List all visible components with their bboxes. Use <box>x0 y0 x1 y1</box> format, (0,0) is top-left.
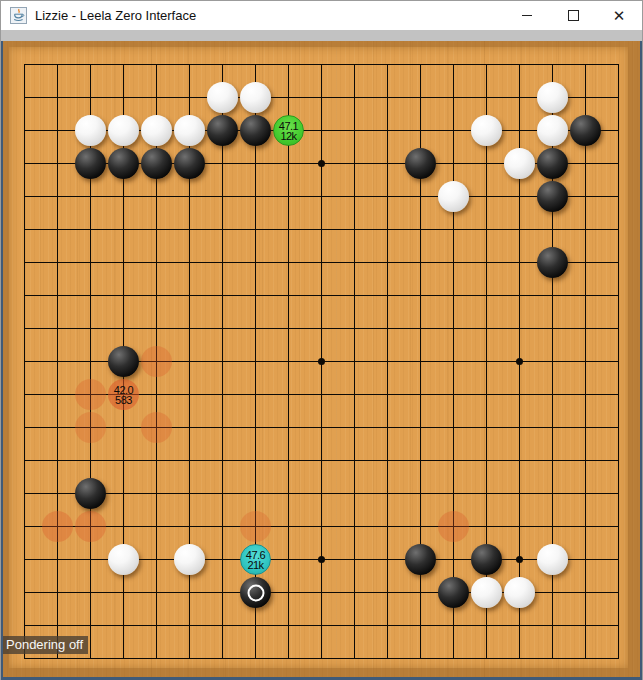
board-cell[interactable] <box>503 213 536 246</box>
board-cell[interactable] <box>602 345 635 378</box>
board-cell[interactable] <box>437 279 470 312</box>
board-cell[interactable] <box>206 180 239 213</box>
board-cell[interactable] <box>239 477 272 510</box>
board-cell[interactable] <box>140 213 173 246</box>
board-cell[interactable] <box>305 411 338 444</box>
board-cell[interactable] <box>41 147 74 180</box>
board-cell[interactable] <box>536 642 569 675</box>
board-cell[interactable] <box>206 411 239 444</box>
board-cell[interactable] <box>305 279 338 312</box>
board-cell[interactable] <box>536 576 569 609</box>
board-cell[interactable] <box>173 213 206 246</box>
board-cell[interactable] <box>338 576 371 609</box>
board-cell[interactable] <box>338 345 371 378</box>
board-cell[interactable] <box>371 345 404 378</box>
board-cell[interactable] <box>173 114 206 147</box>
board-cell[interactable] <box>8 114 41 147</box>
board-cell[interactable] <box>8 213 41 246</box>
board-cell[interactable] <box>437 642 470 675</box>
board-cell[interactable] <box>536 48 569 81</box>
board-cell[interactable] <box>437 246 470 279</box>
candidate-move-C5[interactable] <box>75 511 106 542</box>
board-cell[interactable] <box>272 246 305 279</box>
board-cell[interactable] <box>536 609 569 642</box>
board-cell[interactable] <box>536 543 569 576</box>
board-cell[interactable] <box>41 378 74 411</box>
board-cell[interactable] <box>371 378 404 411</box>
board-cell[interactable] <box>404 180 437 213</box>
board-cell[interactable] <box>371 444 404 477</box>
board-cell[interactable] <box>41 81 74 114</box>
candidate-move-E8[interactable] <box>141 412 172 443</box>
board-cell[interactable] <box>272 510 305 543</box>
board-cell[interactable] <box>272 48 305 81</box>
board-cell[interactable] <box>602 213 635 246</box>
board-cell[interactable] <box>602 81 635 114</box>
board-cell[interactable] <box>404 378 437 411</box>
board-cell[interactable] <box>305 48 338 81</box>
board-cell[interactable] <box>107 114 140 147</box>
board-cell[interactable] <box>536 213 569 246</box>
board-cell[interactable] <box>569 114 602 147</box>
board-cell[interactable] <box>371 48 404 81</box>
board-cell[interactable] <box>173 444 206 477</box>
candidate-move-B5[interactable] <box>42 511 73 542</box>
board-cell[interactable] <box>206 609 239 642</box>
board-cell[interactable] <box>602 114 635 147</box>
board-cell[interactable] <box>437 81 470 114</box>
board-cell[interactable] <box>503 345 536 378</box>
board-cell[interactable] <box>503 444 536 477</box>
board-cell[interactable] <box>107 510 140 543</box>
board-cell[interactable] <box>404 81 437 114</box>
board-cell[interactable] <box>470 213 503 246</box>
board-cell[interactable] <box>239 279 272 312</box>
board-cell[interactable] <box>338 411 371 444</box>
board-cell[interactable] <box>437 576 470 609</box>
board-cell[interactable] <box>107 48 140 81</box>
board-cell[interactable] <box>140 609 173 642</box>
board-cell[interactable] <box>338 642 371 675</box>
board-cell[interactable] <box>173 180 206 213</box>
board-cell[interactable] <box>41 246 74 279</box>
board-cell[interactable] <box>206 81 239 114</box>
board-cell[interactable] <box>41 444 74 477</box>
board-cell[interactable] <box>107 345 140 378</box>
board-cell[interactable] <box>536 378 569 411</box>
board-cell[interactable] <box>371 312 404 345</box>
board-cell[interactable] <box>305 477 338 510</box>
board-cell[interactable] <box>470 510 503 543</box>
board-cell[interactable] <box>371 543 404 576</box>
board-cell[interactable] <box>305 543 338 576</box>
board-cell[interactable] <box>569 246 602 279</box>
board-cell[interactable] <box>569 543 602 576</box>
board-cell[interactable] <box>206 246 239 279</box>
board-cell[interactable] <box>602 147 635 180</box>
board-cell[interactable] <box>305 444 338 477</box>
board-cell[interactable] <box>470 180 503 213</box>
board-cell[interactable] <box>503 609 536 642</box>
board-cell[interactable] <box>338 114 371 147</box>
board-cell[interactable] <box>536 345 569 378</box>
board-cell[interactable] <box>503 180 536 213</box>
board-cell[interactable] <box>140 477 173 510</box>
board-cell[interactable] <box>404 345 437 378</box>
board-cell[interactable] <box>140 510 173 543</box>
board-cell[interactable] <box>569 477 602 510</box>
board-cell[interactable] <box>239 312 272 345</box>
board-cell[interactable] <box>338 477 371 510</box>
board-cell[interactable] <box>107 213 140 246</box>
board-cell[interactable] <box>8 246 41 279</box>
board-cell[interactable] <box>305 642 338 675</box>
board-cell[interactable] <box>206 510 239 543</box>
board-cell[interactable] <box>239 411 272 444</box>
board-cell[interactable] <box>239 246 272 279</box>
board-cell[interactable] <box>206 642 239 675</box>
board-cell[interactable] <box>8 180 41 213</box>
board-cell[interactable] <box>173 312 206 345</box>
board-cell[interactable] <box>602 48 635 81</box>
board-cell[interactable] <box>503 246 536 279</box>
board-cell[interactable] <box>404 279 437 312</box>
board-cell[interactable] <box>8 411 41 444</box>
board-cell[interactable] <box>404 444 437 477</box>
board-cell[interactable] <box>371 114 404 147</box>
minimize-button[interactable] <box>504 1 550 30</box>
board-cell[interactable] <box>371 477 404 510</box>
board-cell[interactable] <box>140 642 173 675</box>
board-cell[interactable] <box>272 345 305 378</box>
board-cell[interactable] <box>140 345 173 378</box>
candidate-move-C8[interactable] <box>75 412 106 443</box>
board-cell[interactable] <box>371 246 404 279</box>
board-cell[interactable] <box>602 576 635 609</box>
board-cell[interactable] <box>437 312 470 345</box>
board-cell[interactable]: 47.621k <box>239 543 272 576</box>
candidate-move-E10[interactable] <box>141 346 172 377</box>
board-cell[interactable] <box>107 477 140 510</box>
board-cell[interactable] <box>173 81 206 114</box>
board-cell[interactable] <box>371 213 404 246</box>
board-cell[interactable] <box>239 609 272 642</box>
board-cell[interactable] <box>74 114 107 147</box>
board-cell[interactable] <box>272 444 305 477</box>
board-cell[interactable] <box>536 279 569 312</box>
board-cell[interactable] <box>602 543 635 576</box>
board-cell[interactable] <box>8 147 41 180</box>
candidate-move-J17[interactable]: 47.112k <box>273 115 304 146</box>
board-cell[interactable] <box>602 444 635 477</box>
board-cell[interactable] <box>305 576 338 609</box>
board-cell[interactable] <box>470 444 503 477</box>
board-cell[interactable] <box>206 345 239 378</box>
board-cell[interactable] <box>338 543 371 576</box>
board-cell[interactable] <box>239 642 272 675</box>
board-cell[interactable] <box>239 48 272 81</box>
board-cell[interactable] <box>74 180 107 213</box>
board-cell[interactable] <box>569 180 602 213</box>
board-cell[interactable] <box>173 147 206 180</box>
board-cell[interactable] <box>470 642 503 675</box>
board-cell[interactable] <box>437 213 470 246</box>
board-cell[interactable] <box>404 609 437 642</box>
board-cell[interactable] <box>107 543 140 576</box>
board-cell[interactable] <box>569 576 602 609</box>
board-cell[interactable] <box>503 411 536 444</box>
board-cell[interactable] <box>338 609 371 642</box>
board-cell[interactable] <box>338 48 371 81</box>
board-cell[interactable] <box>437 147 470 180</box>
board-cell[interactable] <box>602 246 635 279</box>
board-cell[interactable] <box>602 378 635 411</box>
candidate-move-H5[interactable] <box>240 511 271 542</box>
board-cell[interactable] <box>437 411 470 444</box>
board-cell[interactable] <box>470 312 503 345</box>
board-cell[interactable] <box>140 576 173 609</box>
board-cell[interactable] <box>140 312 173 345</box>
board-cell[interactable] <box>173 345 206 378</box>
board-cell[interactable] <box>536 411 569 444</box>
board-cell[interactable] <box>569 510 602 543</box>
board-cell[interactable] <box>371 279 404 312</box>
board-cell[interactable] <box>239 510 272 543</box>
board-cell[interactable] <box>437 543 470 576</box>
board-cell[interactable] <box>8 510 41 543</box>
board-cell[interactable] <box>470 147 503 180</box>
board-cell[interactable] <box>470 576 503 609</box>
board-cell[interactable] <box>536 510 569 543</box>
board-cell[interactable] <box>437 444 470 477</box>
board-cell[interactable] <box>470 246 503 279</box>
board-cell[interactable] <box>206 312 239 345</box>
board-cell[interactable] <box>107 147 140 180</box>
board-cell[interactable] <box>74 444 107 477</box>
board-cell[interactable] <box>437 114 470 147</box>
board-cell[interactable] <box>569 81 602 114</box>
candidate-move-D9[interactable]: 42.0583 <box>108 379 139 410</box>
board-cell[interactable] <box>173 378 206 411</box>
board-cell[interactable] <box>206 477 239 510</box>
board-cell[interactable] <box>536 312 569 345</box>
board-cell[interactable] <box>239 180 272 213</box>
board-cell[interactable] <box>470 48 503 81</box>
board-cell[interactable] <box>173 279 206 312</box>
board-cell[interactable] <box>8 378 41 411</box>
board-cell[interactable] <box>338 444 371 477</box>
board-cell[interactable] <box>107 642 140 675</box>
board-cell[interactable] <box>74 345 107 378</box>
board-cell[interactable] <box>404 114 437 147</box>
board-cell[interactable] <box>404 576 437 609</box>
board-cell[interactable] <box>41 312 74 345</box>
board-cell[interactable] <box>74 543 107 576</box>
board-cell[interactable] <box>437 510 470 543</box>
board-cell[interactable] <box>74 246 107 279</box>
board-cell[interactable] <box>569 411 602 444</box>
board-cell[interactable] <box>206 114 239 147</box>
board-cell[interactable] <box>74 147 107 180</box>
board-cell[interactable] <box>470 411 503 444</box>
board-cell[interactable] <box>536 246 569 279</box>
board-cell[interactable] <box>272 81 305 114</box>
board-cell[interactable] <box>503 279 536 312</box>
board-cell[interactable] <box>503 642 536 675</box>
board-cell[interactable] <box>338 510 371 543</box>
board-cell[interactable] <box>404 246 437 279</box>
board-cell[interactable] <box>173 48 206 81</box>
board-cell[interactable] <box>239 576 272 609</box>
board-cell[interactable] <box>437 378 470 411</box>
board-cell[interactable] <box>74 213 107 246</box>
board-cell[interactable] <box>536 147 569 180</box>
board-cell[interactable] <box>173 576 206 609</box>
board-cell[interactable] <box>74 576 107 609</box>
board-cell[interactable] <box>140 378 173 411</box>
board-cell[interactable] <box>503 477 536 510</box>
board-cell[interactable] <box>239 147 272 180</box>
board-cell[interactable] <box>107 279 140 312</box>
board-cell[interactable] <box>272 279 305 312</box>
board-cell[interactable] <box>74 48 107 81</box>
board-cell[interactable] <box>404 411 437 444</box>
board-cell[interactable] <box>173 411 206 444</box>
board-cell[interactable] <box>140 147 173 180</box>
board-cell[interactable] <box>470 279 503 312</box>
board-cell[interactable] <box>8 444 41 477</box>
board-cell[interactable] <box>173 477 206 510</box>
board-cell[interactable] <box>569 444 602 477</box>
board-cell[interactable]: 47.112k <box>272 114 305 147</box>
board-cell[interactable] <box>371 81 404 114</box>
board-cell[interactable] <box>470 477 503 510</box>
board-cell[interactable] <box>602 609 635 642</box>
board-cell[interactable] <box>371 510 404 543</box>
board-cell[interactable] <box>140 48 173 81</box>
board-cell[interactable] <box>404 510 437 543</box>
board-cell[interactable] <box>569 147 602 180</box>
board-cell[interactable] <box>272 312 305 345</box>
board-cell[interactable] <box>107 312 140 345</box>
board-cell[interactable] <box>536 81 569 114</box>
board-cell[interactable] <box>206 279 239 312</box>
board-cell[interactable] <box>107 576 140 609</box>
board-cell[interactable] <box>206 576 239 609</box>
board-cell[interactable] <box>371 180 404 213</box>
board-cell[interactable] <box>107 81 140 114</box>
board-cell[interactable] <box>404 48 437 81</box>
board-cell[interactable] <box>470 543 503 576</box>
board-cell[interactable] <box>173 510 206 543</box>
board-cell[interactable] <box>569 609 602 642</box>
board-cell[interactable] <box>503 576 536 609</box>
board-cell[interactable] <box>536 180 569 213</box>
board-cell[interactable] <box>41 411 74 444</box>
board-cell[interactable] <box>107 246 140 279</box>
board-cell[interactable] <box>338 81 371 114</box>
board-cell[interactable] <box>41 279 74 312</box>
board-cell[interactable] <box>107 444 140 477</box>
board-cell[interactable] <box>8 81 41 114</box>
board-cell[interactable] <box>602 642 635 675</box>
board-cell[interactable] <box>503 312 536 345</box>
board-cell[interactable] <box>338 279 371 312</box>
board-cell[interactable] <box>140 411 173 444</box>
board-cell[interactable] <box>305 180 338 213</box>
board-cell[interactable] <box>41 576 74 609</box>
board-cell[interactable] <box>470 609 503 642</box>
board-cell[interactable] <box>503 510 536 543</box>
board-cell[interactable] <box>41 213 74 246</box>
board-cell[interactable] <box>602 477 635 510</box>
board-cell[interactable] <box>338 246 371 279</box>
candidate-move-C9[interactable] <box>75 379 106 410</box>
board-cell[interactable] <box>272 642 305 675</box>
board-cell[interactable] <box>503 147 536 180</box>
board-cell[interactable] <box>305 378 338 411</box>
board-cell[interactable] <box>338 213 371 246</box>
board-cell[interactable] <box>206 147 239 180</box>
board-cell[interactable] <box>41 48 74 81</box>
board-cell[interactable] <box>602 411 635 444</box>
board-cell[interactable] <box>305 81 338 114</box>
board-cell[interactable] <box>371 642 404 675</box>
board-cell[interactable] <box>140 543 173 576</box>
board-cell[interactable] <box>404 147 437 180</box>
board-cell[interactable] <box>305 213 338 246</box>
board-cell[interactable] <box>470 345 503 378</box>
board-cell[interactable] <box>272 147 305 180</box>
board-cell[interactable] <box>206 48 239 81</box>
board-cell[interactable] <box>404 477 437 510</box>
board-cell[interactable] <box>503 81 536 114</box>
board-cell[interactable] <box>41 510 74 543</box>
board-cell[interactable] <box>8 279 41 312</box>
board-cell[interactable] <box>8 312 41 345</box>
board-cell[interactable]: 42.0583 <box>107 378 140 411</box>
board-cell[interactable] <box>569 48 602 81</box>
board-cell[interactable] <box>503 543 536 576</box>
board-cell[interactable] <box>272 609 305 642</box>
board-cell[interactable] <box>404 213 437 246</box>
board-cell[interactable] <box>602 510 635 543</box>
board-cell[interactable] <box>206 378 239 411</box>
board-cell[interactable] <box>173 642 206 675</box>
candidate-move-O5[interactable] <box>438 511 469 542</box>
board-cell[interactable] <box>41 345 74 378</box>
board-cell[interactable] <box>272 543 305 576</box>
board-cell[interactable] <box>437 609 470 642</box>
close-button[interactable]: ✕ <box>596 1 642 30</box>
board-cell[interactable] <box>470 378 503 411</box>
board-cell[interactable] <box>74 279 107 312</box>
board-cell[interactable] <box>272 180 305 213</box>
board-cell[interactable] <box>404 543 437 576</box>
board-cell[interactable] <box>305 246 338 279</box>
board-cell[interactable] <box>239 114 272 147</box>
board-cell[interactable] <box>470 114 503 147</box>
board-cell[interactable] <box>305 510 338 543</box>
board-cell[interactable] <box>74 81 107 114</box>
board-cell[interactable] <box>536 477 569 510</box>
board-cell[interactable] <box>41 114 74 147</box>
board-cell[interactable] <box>41 477 74 510</box>
board-cell[interactable] <box>74 510 107 543</box>
board-cell[interactable] <box>173 543 206 576</box>
board-cell[interactable] <box>140 246 173 279</box>
board-cell[interactable] <box>569 213 602 246</box>
